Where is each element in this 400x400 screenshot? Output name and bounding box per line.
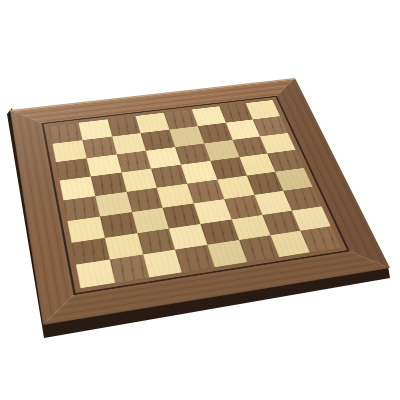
square-r3-c8 (260, 133, 296, 154)
square-r4-c3 (121, 169, 157, 192)
square-r4-c2 (91, 173, 127, 196)
square-r3-c4 (146, 147, 181, 169)
square-r4-c1 (60, 177, 95, 201)
square-r8-c3 (143, 250, 182, 278)
product-photo (0, 0, 400, 400)
square-r8-c1 (76, 260, 115, 289)
